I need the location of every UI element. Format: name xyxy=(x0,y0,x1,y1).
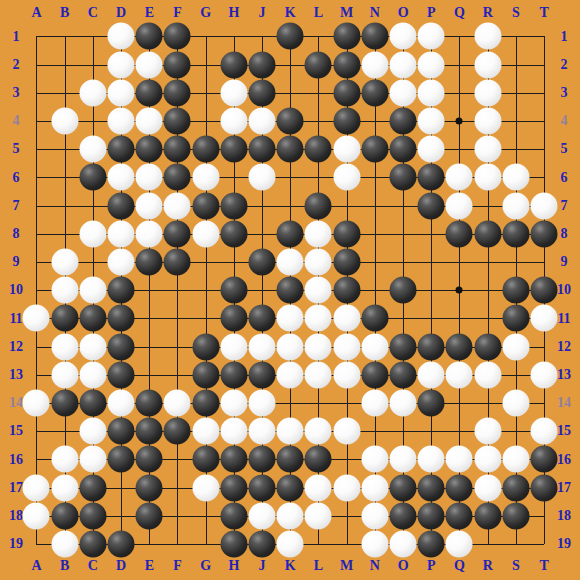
intersection-T4[interactable] xyxy=(530,107,558,135)
intersection-N4[interactable] xyxy=(361,107,389,135)
intersection-C19[interactable] xyxy=(79,530,107,558)
intersection-J10[interactable] xyxy=(248,276,276,304)
intersection-J14[interactable] xyxy=(248,389,276,417)
intersection-A17[interactable] xyxy=(22,474,50,502)
intersection-J19[interactable] xyxy=(248,530,276,558)
intersection-H17[interactable] xyxy=(220,474,248,502)
intersection-G3[interactable] xyxy=(192,79,220,107)
intersection-C9[interactable] xyxy=(79,248,107,276)
intersection-B2[interactable] xyxy=(51,51,79,79)
intersection-H11[interactable] xyxy=(220,304,248,332)
intersection-H4[interactable] xyxy=(220,107,248,135)
intersection-M2[interactable] xyxy=(333,51,361,79)
intersection-C6[interactable] xyxy=(79,163,107,191)
intersection-Q9[interactable] xyxy=(445,248,473,276)
intersection-G14[interactable] xyxy=(192,389,220,417)
intersection-S17[interactable] xyxy=(502,474,530,502)
intersection-D4[interactable] xyxy=(107,107,135,135)
intersection-Q6[interactable] xyxy=(445,163,473,191)
intersection-K9[interactable] xyxy=(276,248,304,276)
intersection-B4[interactable] xyxy=(51,107,79,135)
intersection-E8[interactable] xyxy=(135,220,163,248)
intersection-F4[interactable] xyxy=(163,107,191,135)
intersection-Q15[interactable] xyxy=(445,417,473,445)
intersection-F13[interactable] xyxy=(163,361,191,389)
intersection-O8[interactable] xyxy=(389,220,417,248)
intersection-D13[interactable] xyxy=(107,361,135,389)
intersection-N19[interactable] xyxy=(361,530,389,558)
intersection-H1[interactable] xyxy=(220,22,248,50)
intersection-K14[interactable] xyxy=(276,389,304,417)
intersection-P18[interactable] xyxy=(417,502,445,530)
intersection-F9[interactable] xyxy=(163,248,191,276)
intersection-S14[interactable] xyxy=(502,389,530,417)
intersection-M14[interactable] xyxy=(333,389,361,417)
intersection-C4[interactable] xyxy=(79,107,107,135)
intersection-M16[interactable] xyxy=(333,445,361,473)
intersection-C8[interactable] xyxy=(79,220,107,248)
intersection-M1[interactable] xyxy=(333,22,361,50)
intersection-S1[interactable] xyxy=(502,22,530,50)
intersection-E13[interactable] xyxy=(135,361,163,389)
intersection-H16[interactable] xyxy=(220,445,248,473)
intersection-C5[interactable] xyxy=(79,135,107,163)
intersection-R10[interactable] xyxy=(474,276,502,304)
intersection-T16[interactable] xyxy=(530,445,558,473)
intersection-S19[interactable] xyxy=(502,530,530,558)
intersection-G13[interactable] xyxy=(192,361,220,389)
intersection-R4[interactable] xyxy=(474,107,502,135)
intersection-M19[interactable] xyxy=(333,530,361,558)
intersection-M11[interactable] xyxy=(333,304,361,332)
intersection-P19[interactable] xyxy=(417,530,445,558)
intersection-Q1[interactable] xyxy=(445,22,473,50)
intersection-B13[interactable] xyxy=(51,361,79,389)
intersection-E19[interactable] xyxy=(135,530,163,558)
intersection-H9[interactable] xyxy=(220,248,248,276)
intersection-F18[interactable] xyxy=(163,502,191,530)
intersection-F3[interactable] xyxy=(163,79,191,107)
intersection-H19[interactable] xyxy=(220,530,248,558)
intersection-E17[interactable] xyxy=(135,474,163,502)
intersection-L8[interactable] xyxy=(304,220,332,248)
intersection-S6[interactable] xyxy=(502,163,530,191)
intersection-Q13[interactable] xyxy=(445,361,473,389)
intersection-E15[interactable] xyxy=(135,417,163,445)
intersection-J16[interactable] xyxy=(248,445,276,473)
intersection-P2[interactable] xyxy=(417,51,445,79)
intersection-G2[interactable] xyxy=(192,51,220,79)
intersection-A5[interactable] xyxy=(22,135,50,163)
intersection-H18[interactable] xyxy=(220,502,248,530)
intersection-J3[interactable] xyxy=(248,79,276,107)
intersection-Q7[interactable] xyxy=(445,192,473,220)
intersection-K10[interactable] xyxy=(276,276,304,304)
intersection-C17[interactable] xyxy=(79,474,107,502)
intersection-E10[interactable] xyxy=(135,276,163,304)
intersection-O1[interactable] xyxy=(389,22,417,50)
intersection-H10[interactable] xyxy=(220,276,248,304)
intersection-N12[interactable] xyxy=(361,333,389,361)
intersection-L3[interactable] xyxy=(304,79,332,107)
intersection-R17[interactable] xyxy=(474,474,502,502)
intersection-S8[interactable] xyxy=(502,220,530,248)
intersection-S5[interactable] xyxy=(502,135,530,163)
intersection-B11[interactable] xyxy=(51,304,79,332)
intersection-D19[interactable] xyxy=(107,530,135,558)
intersection-T6[interactable] xyxy=(530,163,558,191)
intersection-M15[interactable] xyxy=(333,417,361,445)
intersection-A14[interactable] xyxy=(22,389,50,417)
intersection-R15[interactable] xyxy=(474,417,502,445)
intersection-O9[interactable] xyxy=(389,248,417,276)
intersection-Q11[interactable] xyxy=(445,304,473,332)
intersection-S18[interactable] xyxy=(502,502,530,530)
intersection-B5[interactable] xyxy=(51,135,79,163)
intersection-D12[interactable] xyxy=(107,333,135,361)
intersection-C10[interactable] xyxy=(79,276,107,304)
intersection-H14[interactable] xyxy=(220,389,248,417)
intersection-K7[interactable] xyxy=(276,192,304,220)
intersection-G12[interactable] xyxy=(192,333,220,361)
intersection-N18[interactable] xyxy=(361,502,389,530)
intersection-G10[interactable] xyxy=(192,276,220,304)
intersection-F8[interactable] xyxy=(163,220,191,248)
intersection-C1[interactable] xyxy=(79,22,107,50)
intersection-R3[interactable] xyxy=(474,79,502,107)
intersection-D17[interactable] xyxy=(107,474,135,502)
intersection-M4[interactable] xyxy=(333,107,361,135)
intersection-J1[interactable] xyxy=(248,22,276,50)
intersection-M18[interactable] xyxy=(333,502,361,530)
intersection-G6[interactable] xyxy=(192,163,220,191)
intersection-P9[interactable] xyxy=(417,248,445,276)
intersection-O6[interactable] xyxy=(389,163,417,191)
intersection-Q4[interactable] xyxy=(445,107,473,135)
intersection-H3[interactable] xyxy=(220,79,248,107)
intersection-H12[interactable] xyxy=(220,333,248,361)
intersection-T19[interactable] xyxy=(530,530,558,558)
intersection-P10[interactable] xyxy=(417,276,445,304)
intersection-S12[interactable] xyxy=(502,333,530,361)
intersection-N16[interactable] xyxy=(361,445,389,473)
intersection-E2[interactable] xyxy=(135,51,163,79)
intersection-T3[interactable] xyxy=(530,79,558,107)
intersection-S11[interactable] xyxy=(502,304,530,332)
intersection-K11[interactable] xyxy=(276,304,304,332)
intersection-Q3[interactable] xyxy=(445,79,473,107)
intersection-D9[interactable] xyxy=(107,248,135,276)
intersection-F1[interactable] xyxy=(163,22,191,50)
intersection-Q18[interactable] xyxy=(445,502,473,530)
intersection-E7[interactable] xyxy=(135,192,163,220)
intersection-A2[interactable] xyxy=(22,51,50,79)
intersection-N9[interactable] xyxy=(361,248,389,276)
intersection-L12[interactable] xyxy=(304,333,332,361)
intersection-T7[interactable] xyxy=(530,192,558,220)
intersection-O18[interactable] xyxy=(389,502,417,530)
intersection-N14[interactable] xyxy=(361,389,389,417)
intersection-M12[interactable] xyxy=(333,333,361,361)
intersection-E9[interactable] xyxy=(135,248,163,276)
intersection-D8[interactable] xyxy=(107,220,135,248)
intersection-F12[interactable] xyxy=(163,333,191,361)
intersection-T18[interactable] xyxy=(530,502,558,530)
intersection-R9[interactable] xyxy=(474,248,502,276)
intersection-M8[interactable] xyxy=(333,220,361,248)
intersection-T8[interactable] xyxy=(530,220,558,248)
intersection-N8[interactable] xyxy=(361,220,389,248)
intersection-L1[interactable] xyxy=(304,22,332,50)
intersection-M17[interactable] xyxy=(333,474,361,502)
intersection-N2[interactable] xyxy=(361,51,389,79)
intersection-K3[interactable] xyxy=(276,79,304,107)
intersection-D15[interactable] xyxy=(107,417,135,445)
intersection-F6[interactable] xyxy=(163,163,191,191)
intersection-D1[interactable] xyxy=(107,22,135,50)
intersection-N10[interactable] xyxy=(361,276,389,304)
intersection-Q16[interactable] xyxy=(445,445,473,473)
intersection-S10[interactable] xyxy=(502,276,530,304)
intersection-B17[interactable] xyxy=(51,474,79,502)
intersection-Q17[interactable] xyxy=(445,474,473,502)
intersection-N11[interactable] xyxy=(361,304,389,332)
intersection-L10[interactable] xyxy=(304,276,332,304)
intersection-E4[interactable] xyxy=(135,107,163,135)
intersection-C13[interactable] xyxy=(79,361,107,389)
intersection-H8[interactable] xyxy=(220,220,248,248)
intersection-J2[interactable] xyxy=(248,51,276,79)
intersection-S2[interactable] xyxy=(502,51,530,79)
intersection-J5[interactable] xyxy=(248,135,276,163)
intersection-Q14[interactable] xyxy=(445,389,473,417)
intersection-J7[interactable] xyxy=(248,192,276,220)
intersection-P1[interactable] xyxy=(417,22,445,50)
intersection-P15[interactable] xyxy=(417,417,445,445)
intersection-E18[interactable] xyxy=(135,502,163,530)
intersection-K18[interactable] xyxy=(276,502,304,530)
intersection-O15[interactable] xyxy=(389,417,417,445)
intersection-O14[interactable] xyxy=(389,389,417,417)
intersection-G18[interactable] xyxy=(192,502,220,530)
intersection-L16[interactable] xyxy=(304,445,332,473)
intersection-G9[interactable] xyxy=(192,248,220,276)
intersection-Q12[interactable] xyxy=(445,333,473,361)
intersection-K13[interactable] xyxy=(276,361,304,389)
intersection-N3[interactable] xyxy=(361,79,389,107)
intersection-L17[interactable] xyxy=(304,474,332,502)
intersection-J4[interactable] xyxy=(248,107,276,135)
intersection-G4[interactable] xyxy=(192,107,220,135)
intersection-O2[interactable] xyxy=(389,51,417,79)
intersection-Q19[interactable] xyxy=(445,530,473,558)
intersection-A13[interactable] xyxy=(22,361,50,389)
intersection-L7[interactable] xyxy=(304,192,332,220)
intersection-T2[interactable] xyxy=(530,51,558,79)
intersection-J13[interactable] xyxy=(248,361,276,389)
intersection-L18[interactable] xyxy=(304,502,332,530)
intersection-O16[interactable] xyxy=(389,445,417,473)
intersection-H13[interactable] xyxy=(220,361,248,389)
intersection-G15[interactable] xyxy=(192,417,220,445)
intersection-D2[interactable] xyxy=(107,51,135,79)
intersection-G16[interactable] xyxy=(192,445,220,473)
intersection-K16[interactable] xyxy=(276,445,304,473)
intersection-G19[interactable] xyxy=(192,530,220,558)
intersection-M3[interactable] xyxy=(333,79,361,107)
intersection-T1[interactable] xyxy=(530,22,558,50)
intersection-E1[interactable] xyxy=(135,22,163,50)
intersection-J11[interactable] xyxy=(248,304,276,332)
intersection-H2[interactable] xyxy=(220,51,248,79)
intersection-K1[interactable] xyxy=(276,22,304,50)
intersection-A9[interactable] xyxy=(22,248,50,276)
intersection-A19[interactable] xyxy=(22,530,50,558)
intersection-D18[interactable] xyxy=(107,502,135,530)
intersection-N7[interactable] xyxy=(361,192,389,220)
intersection-M6[interactable] xyxy=(333,163,361,191)
intersection-N5[interactable] xyxy=(361,135,389,163)
intersection-P7[interactable] xyxy=(417,192,445,220)
intersection-K4[interactable] xyxy=(276,107,304,135)
intersection-N1[interactable] xyxy=(361,22,389,50)
intersection-F17[interactable] xyxy=(163,474,191,502)
intersection-A16[interactable] xyxy=(22,445,50,473)
intersection-D14[interactable] xyxy=(107,389,135,417)
intersection-B6[interactable] xyxy=(51,163,79,191)
intersection-H15[interactable] xyxy=(220,417,248,445)
intersection-C14[interactable] xyxy=(79,389,107,417)
intersection-C2[interactable] xyxy=(79,51,107,79)
intersection-K17[interactable] xyxy=(276,474,304,502)
intersection-P6[interactable] xyxy=(417,163,445,191)
intersection-H5[interactable] xyxy=(220,135,248,163)
intersection-T13[interactable] xyxy=(530,361,558,389)
intersection-R14[interactable] xyxy=(474,389,502,417)
intersection-M13[interactable] xyxy=(333,361,361,389)
intersection-J6[interactable] xyxy=(248,163,276,191)
intersection-E16[interactable] xyxy=(135,445,163,473)
intersection-L13[interactable] xyxy=(304,361,332,389)
intersection-T11[interactable] xyxy=(530,304,558,332)
intersection-E14[interactable] xyxy=(135,389,163,417)
intersection-J8[interactable] xyxy=(248,220,276,248)
intersection-H6[interactable] xyxy=(220,163,248,191)
intersection-K19[interactable] xyxy=(276,530,304,558)
intersection-T10[interactable] xyxy=(530,276,558,304)
intersection-B9[interactable] xyxy=(51,248,79,276)
intersection-A15[interactable] xyxy=(22,417,50,445)
intersection-E6[interactable] xyxy=(135,163,163,191)
intersection-K12[interactable] xyxy=(276,333,304,361)
intersection-B10[interactable] xyxy=(51,276,79,304)
intersection-O12[interactable] xyxy=(389,333,417,361)
intersection-M9[interactable] xyxy=(333,248,361,276)
intersection-C12[interactable] xyxy=(79,333,107,361)
intersection-S13[interactable] xyxy=(502,361,530,389)
intersection-Q10[interactable] xyxy=(445,276,473,304)
intersection-S9[interactable] xyxy=(502,248,530,276)
intersection-O17[interactable] xyxy=(389,474,417,502)
intersection-P14[interactable] xyxy=(417,389,445,417)
intersection-S15[interactable] xyxy=(502,417,530,445)
intersection-B1[interactable] xyxy=(51,22,79,50)
intersection-T14[interactable] xyxy=(530,389,558,417)
intersection-B12[interactable] xyxy=(51,333,79,361)
intersection-D3[interactable] xyxy=(107,79,135,107)
intersection-O4[interactable] xyxy=(389,107,417,135)
intersection-O11[interactable] xyxy=(389,304,417,332)
intersection-A7[interactable] xyxy=(22,192,50,220)
intersection-A6[interactable] xyxy=(22,163,50,191)
intersection-R18[interactable] xyxy=(474,502,502,530)
intersection-P3[interactable] xyxy=(417,79,445,107)
intersection-O13[interactable] xyxy=(389,361,417,389)
intersection-B3[interactable] xyxy=(51,79,79,107)
intersection-O5[interactable] xyxy=(389,135,417,163)
intersection-F10[interactable] xyxy=(163,276,191,304)
intersection-H7[interactable] xyxy=(220,192,248,220)
intersection-N6[interactable] xyxy=(361,163,389,191)
intersection-C15[interactable] xyxy=(79,417,107,445)
intersection-O10[interactable] xyxy=(389,276,417,304)
intersection-L15[interactable] xyxy=(304,417,332,445)
intersection-S4[interactable] xyxy=(502,107,530,135)
intersection-M10[interactable] xyxy=(333,276,361,304)
intersection-B18[interactable] xyxy=(51,502,79,530)
intersection-F11[interactable] xyxy=(163,304,191,332)
intersection-A4[interactable] xyxy=(22,107,50,135)
intersection-R2[interactable] xyxy=(474,51,502,79)
intersection-B14[interactable] xyxy=(51,389,79,417)
intersection-R19[interactable] xyxy=(474,530,502,558)
intersection-O3[interactable] xyxy=(389,79,417,107)
intersection-D5[interactable] xyxy=(107,135,135,163)
intersection-J17[interactable] xyxy=(248,474,276,502)
intersection-K15[interactable] xyxy=(276,417,304,445)
intersection-L4[interactable] xyxy=(304,107,332,135)
intersection-E11[interactable] xyxy=(135,304,163,332)
intersection-K5[interactable] xyxy=(276,135,304,163)
intersection-C7[interactable] xyxy=(79,192,107,220)
intersection-T17[interactable] xyxy=(530,474,558,502)
intersection-L11[interactable] xyxy=(304,304,332,332)
intersection-E3[interactable] xyxy=(135,79,163,107)
intersection-G17[interactable] xyxy=(192,474,220,502)
intersection-P11[interactable] xyxy=(417,304,445,332)
intersection-C3[interactable] xyxy=(79,79,107,107)
intersection-F15[interactable] xyxy=(163,417,191,445)
intersection-C18[interactable] xyxy=(79,502,107,530)
intersection-N17[interactable] xyxy=(361,474,389,502)
intersection-F14[interactable] xyxy=(163,389,191,417)
intersection-S7[interactable] xyxy=(502,192,530,220)
intersection-G5[interactable] xyxy=(192,135,220,163)
intersection-D6[interactable] xyxy=(107,163,135,191)
intersection-N13[interactable] xyxy=(361,361,389,389)
intersection-L14[interactable] xyxy=(304,389,332,417)
intersection-K6[interactable] xyxy=(276,163,304,191)
intersection-F16[interactable] xyxy=(163,445,191,473)
intersection-P4[interactable] xyxy=(417,107,445,135)
intersection-J12[interactable] xyxy=(248,333,276,361)
intersection-R16[interactable] xyxy=(474,445,502,473)
intersection-Q2[interactable] xyxy=(445,51,473,79)
intersection-N15[interactable] xyxy=(361,417,389,445)
intersection-A18[interactable] xyxy=(22,502,50,530)
intersection-P17[interactable] xyxy=(417,474,445,502)
intersection-R11[interactable] xyxy=(474,304,502,332)
